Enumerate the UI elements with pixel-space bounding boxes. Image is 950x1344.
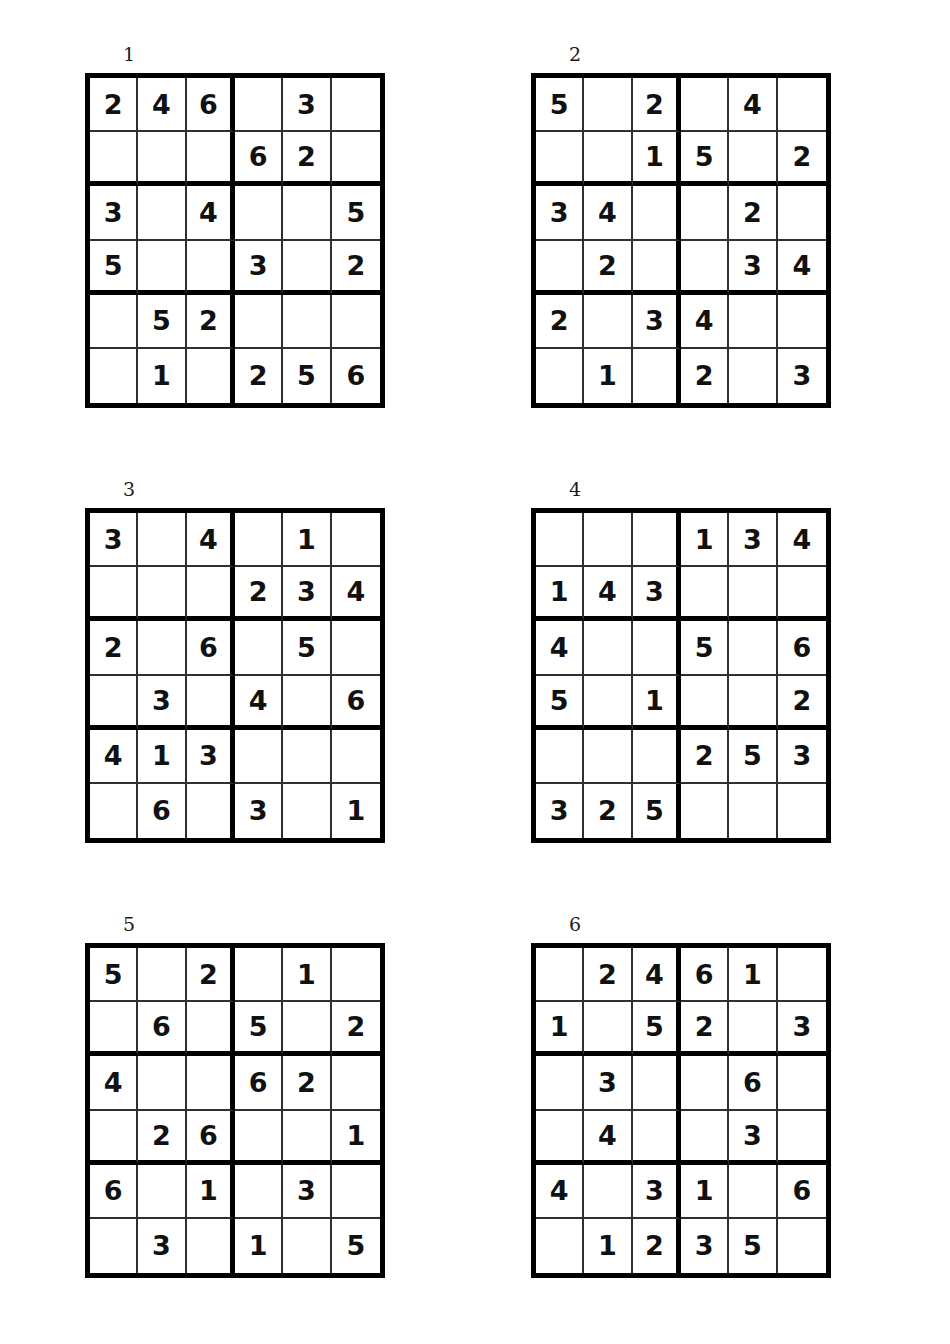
sudoku-cell: 4 bbox=[187, 513, 235, 567]
sudoku-cell: 2 bbox=[778, 676, 826, 730]
sudoku-cell: 1 bbox=[332, 1111, 380, 1165]
sudoku-cell[interactable] bbox=[729, 784, 777, 838]
sudoku-board-5: 521652462261613315 bbox=[85, 943, 385, 1278]
sudoku-cell: 2 bbox=[584, 784, 632, 838]
sudoku-cell[interactable] bbox=[235, 1165, 283, 1219]
sudoku-cell[interactable] bbox=[778, 567, 826, 621]
sudoku-cell[interactable] bbox=[729, 676, 777, 730]
sudoku-cell: 3 bbox=[536, 784, 584, 838]
sudoku-cell: 1 bbox=[235, 1219, 283, 1273]
sudoku-cell: 5 bbox=[235, 1002, 283, 1056]
sudoku-cell[interactable] bbox=[778, 1219, 826, 1273]
sudoku-cell: 1 bbox=[681, 1165, 729, 1219]
sudoku-cell[interactable] bbox=[584, 295, 632, 349]
sudoku-cell[interactable] bbox=[90, 132, 138, 186]
sudoku-cell[interactable] bbox=[138, 186, 186, 240]
sudoku-cell[interactable] bbox=[536, 730, 584, 784]
sudoku-cell[interactable] bbox=[283, 1219, 331, 1273]
sudoku-cell[interactable] bbox=[584, 513, 632, 567]
sudoku-cell: 3 bbox=[90, 513, 138, 567]
sudoku-cell[interactable] bbox=[633, 349, 681, 403]
sudoku-board-6: 24611523364343161235 bbox=[531, 943, 831, 1278]
sudoku-cell: 2 bbox=[138, 1111, 186, 1165]
sudoku-cell[interactable] bbox=[536, 132, 584, 186]
puzzle-number: 6 bbox=[569, 914, 831, 934]
sudoku-cell: 4 bbox=[138, 78, 186, 132]
sudoku-cell[interactable] bbox=[235, 295, 283, 349]
sudoku-cell: 6 bbox=[332, 676, 380, 730]
sudoku-cell[interactable] bbox=[536, 241, 584, 295]
sudoku-cell[interactable] bbox=[90, 295, 138, 349]
sudoku-cell: 5 bbox=[536, 676, 584, 730]
sudoku-cell[interactable] bbox=[584, 1165, 632, 1219]
sudoku-cell: 2 bbox=[187, 295, 235, 349]
sudoku-cell: 6 bbox=[187, 621, 235, 675]
sudoku-cell[interactable] bbox=[332, 132, 380, 186]
sudoku-cell[interactable] bbox=[187, 1219, 235, 1273]
sudoku-cell[interactable] bbox=[283, 676, 331, 730]
puzzle-number: 1 bbox=[123, 44, 385, 64]
sudoku-cell[interactable] bbox=[90, 1002, 138, 1056]
sudoku-cell: 1 bbox=[584, 349, 632, 403]
sudoku-cell[interactable] bbox=[633, 241, 681, 295]
sudoku-cell[interactable] bbox=[138, 621, 186, 675]
sudoku-cell: 3 bbox=[633, 295, 681, 349]
puzzle-number: 5 bbox=[123, 914, 385, 934]
sudoku-cell: 3 bbox=[778, 349, 826, 403]
sudoku-cell[interactable] bbox=[729, 1002, 777, 1056]
sudoku-cell[interactable] bbox=[235, 1111, 283, 1165]
sudoku-cell: 2 bbox=[283, 1056, 331, 1110]
sudoku-cell: 5 bbox=[283, 621, 331, 675]
sudoku-cell: 4 bbox=[778, 241, 826, 295]
puzzle-5: 5 521652462261613315 bbox=[85, 910, 385, 1278]
sudoku-cell: 5 bbox=[332, 1219, 380, 1273]
sudoku-cell[interactable] bbox=[584, 1002, 632, 1056]
sudoku-cell[interactable] bbox=[332, 1165, 380, 1219]
sudoku-cell[interactable] bbox=[778, 295, 826, 349]
sudoku-cell[interactable] bbox=[138, 241, 186, 295]
sudoku-cell[interactable] bbox=[187, 349, 235, 403]
sudoku-cell: 5 bbox=[633, 1002, 681, 1056]
sudoku-cell[interactable] bbox=[681, 241, 729, 295]
sudoku-cell: 4 bbox=[536, 1165, 584, 1219]
puzzle-number: 3 bbox=[123, 479, 385, 499]
sudoku-board-4: 134143456512253325 bbox=[531, 508, 831, 843]
sudoku-board-3: 341234265346413631 bbox=[85, 508, 385, 843]
sudoku-board-1: 246362345532521256 bbox=[85, 73, 385, 408]
sudoku-cell: 1 bbox=[283, 948, 331, 1002]
sudoku-cell[interactable] bbox=[633, 513, 681, 567]
sudoku-cell: 6 bbox=[235, 1056, 283, 1110]
sudoku-cell[interactable] bbox=[187, 567, 235, 621]
sudoku-cell[interactable] bbox=[332, 621, 380, 675]
sudoku-cell[interactable] bbox=[536, 1219, 584, 1273]
sudoku-cell: 2 bbox=[778, 132, 826, 186]
sudoku-cell[interactable] bbox=[90, 784, 138, 838]
sudoku-cell[interactable] bbox=[332, 1056, 380, 1110]
sudoku-cell[interactable] bbox=[138, 567, 186, 621]
sudoku-cell[interactable] bbox=[138, 1056, 186, 1110]
sudoku-cell[interactable] bbox=[90, 1219, 138, 1273]
sudoku-cell: 2 bbox=[90, 621, 138, 675]
sudoku-cell: 3 bbox=[633, 1165, 681, 1219]
sudoku-cell: 2 bbox=[681, 349, 729, 403]
sudoku-cell: 1 bbox=[633, 676, 681, 730]
sudoku-cell[interactable] bbox=[778, 186, 826, 240]
sudoku-cell: 3 bbox=[235, 241, 283, 295]
sudoku-cell[interactable] bbox=[90, 1111, 138, 1165]
sudoku-cell[interactable] bbox=[283, 730, 331, 784]
sudoku-cell[interactable] bbox=[536, 513, 584, 567]
sudoku-cell[interactable] bbox=[187, 1056, 235, 1110]
sudoku-cell: 3 bbox=[536, 186, 584, 240]
sudoku-cell: 3 bbox=[729, 1111, 777, 1165]
sudoku-cell: 3 bbox=[283, 78, 331, 132]
sudoku-cell[interactable] bbox=[235, 730, 283, 784]
puzzle-2: 2 524152342234234123 bbox=[531, 40, 831, 408]
sudoku-cell[interactable] bbox=[729, 295, 777, 349]
sudoku-cell: 6 bbox=[681, 948, 729, 1002]
sudoku-cell: 2 bbox=[235, 349, 283, 403]
sudoku-cell: 6 bbox=[729, 1056, 777, 1110]
sudoku-cell[interactable] bbox=[778, 784, 826, 838]
sudoku-cell: 1 bbox=[729, 948, 777, 1002]
sudoku-cell: 5 bbox=[729, 730, 777, 784]
sudoku-cell: 3 bbox=[778, 730, 826, 784]
sudoku-cell[interactable] bbox=[90, 567, 138, 621]
sudoku-cell[interactable] bbox=[332, 948, 380, 1002]
sudoku-cell[interactable] bbox=[778, 78, 826, 132]
sudoku-cell[interactable] bbox=[633, 730, 681, 784]
sudoku-cell: 2 bbox=[681, 1002, 729, 1056]
sudoku-cell[interactable] bbox=[584, 676, 632, 730]
sudoku-board-2: 524152342234234123 bbox=[531, 73, 831, 408]
sudoku-cell[interactable] bbox=[187, 1002, 235, 1056]
sudoku-cell[interactable] bbox=[584, 78, 632, 132]
puzzle-number: 4 bbox=[569, 479, 831, 499]
sudoku-cell[interactable] bbox=[138, 1165, 186, 1219]
puzzle-3: 3 341234265346413631 bbox=[85, 475, 385, 843]
sudoku-cell: 4 bbox=[332, 567, 380, 621]
sudoku-cell: 4 bbox=[536, 621, 584, 675]
sudoku-cell: 5 bbox=[138, 295, 186, 349]
sudoku-cell: 3 bbox=[283, 567, 331, 621]
sudoku-cell: 2 bbox=[283, 132, 331, 186]
sudoku-cell[interactable] bbox=[90, 676, 138, 730]
sudoku-cell[interactable] bbox=[283, 186, 331, 240]
sudoku-cell: 1 bbox=[332, 784, 380, 838]
sudoku-cell[interactable] bbox=[778, 1111, 826, 1165]
sudoku-cell: 5 bbox=[729, 1219, 777, 1273]
sudoku-cell[interactable] bbox=[138, 132, 186, 186]
sudoku-cell: 1 bbox=[633, 132, 681, 186]
sudoku-cell[interactable] bbox=[633, 186, 681, 240]
sudoku-cell: 6 bbox=[235, 132, 283, 186]
sudoku-cell[interactable] bbox=[633, 1056, 681, 1110]
sudoku-cell: 2 bbox=[633, 1219, 681, 1273]
sudoku-cell[interactable] bbox=[187, 676, 235, 730]
sudoku-cell: 3 bbox=[681, 1219, 729, 1273]
sudoku-cell: 4 bbox=[90, 1056, 138, 1110]
sudoku-cell[interactable] bbox=[283, 295, 331, 349]
sudoku-cell[interactable] bbox=[283, 1111, 331, 1165]
sudoku-cell: 4 bbox=[235, 676, 283, 730]
sudoku-cell[interactable] bbox=[729, 621, 777, 675]
sudoku-cell: 6 bbox=[90, 1165, 138, 1219]
sudoku-cell[interactable] bbox=[778, 948, 826, 1002]
sudoku-cell[interactable] bbox=[681, 78, 729, 132]
puzzle-number: 2 bbox=[569, 44, 831, 64]
sudoku-cell: 5 bbox=[633, 784, 681, 838]
sudoku-cell[interactable] bbox=[536, 1111, 584, 1165]
sudoku-cell: 2 bbox=[235, 567, 283, 621]
sudoku-cell[interactable] bbox=[90, 349, 138, 403]
sudoku-cell: 4 bbox=[729, 78, 777, 132]
sudoku-cell: 1 bbox=[536, 567, 584, 621]
sudoku-cell: 2 bbox=[584, 241, 632, 295]
puzzle-4: 4 134143456512253325 bbox=[531, 475, 831, 843]
sudoku-cell: 3 bbox=[90, 186, 138, 240]
sudoku-cell: 3 bbox=[235, 784, 283, 838]
sudoku-cell[interactable] bbox=[778, 1056, 826, 1110]
sudoku-cell: 4 bbox=[633, 948, 681, 1002]
sudoku-cell[interactable] bbox=[332, 295, 380, 349]
sudoku-cell[interactable] bbox=[235, 948, 283, 1002]
sudoku-cell: 5 bbox=[681, 621, 729, 675]
sudoku-cell[interactable] bbox=[584, 621, 632, 675]
sudoku-cell[interactable] bbox=[332, 513, 380, 567]
sudoku-cell: 4 bbox=[584, 567, 632, 621]
sudoku-cell[interactable] bbox=[681, 676, 729, 730]
sudoku-cell: 5 bbox=[90, 241, 138, 295]
sudoku-cell: 2 bbox=[332, 241, 380, 295]
sudoku-cell: 2 bbox=[536, 295, 584, 349]
sudoku-cell: 2 bbox=[729, 186, 777, 240]
sudoku-cell[interactable] bbox=[584, 730, 632, 784]
sudoku-cell[interactable] bbox=[187, 241, 235, 295]
sudoku-cell: 6 bbox=[778, 621, 826, 675]
sudoku-cell: 1 bbox=[283, 513, 331, 567]
sudoku-cell: 1 bbox=[536, 1002, 584, 1056]
sudoku-cell: 2 bbox=[187, 948, 235, 1002]
sudoku-cell[interactable] bbox=[729, 1165, 777, 1219]
sudoku-cell[interactable] bbox=[332, 730, 380, 784]
sudoku-cell: 1 bbox=[138, 730, 186, 784]
sudoku-cell[interactable] bbox=[681, 784, 729, 838]
sudoku-cell: 1 bbox=[681, 513, 729, 567]
sudoku-cell[interactable] bbox=[138, 513, 186, 567]
sudoku-cell: 4 bbox=[778, 513, 826, 567]
sudoku-cell[interactable] bbox=[536, 349, 584, 403]
sudoku-cell[interactable] bbox=[187, 784, 235, 838]
sudoku-cell: 3 bbox=[729, 241, 777, 295]
sudoku-cell: 3 bbox=[138, 1219, 186, 1273]
sudoku-cell[interactable] bbox=[729, 349, 777, 403]
sudoku-cell[interactable] bbox=[536, 948, 584, 1002]
sudoku-cell[interactable] bbox=[681, 567, 729, 621]
sudoku-cell: 6 bbox=[187, 1111, 235, 1165]
sudoku-cell: 5 bbox=[681, 132, 729, 186]
sudoku-cell: 2 bbox=[681, 730, 729, 784]
puzzle-6: 6 24611523364343161235 bbox=[531, 910, 831, 1278]
sudoku-cell[interactable] bbox=[332, 78, 380, 132]
sudoku-cell: 4 bbox=[187, 186, 235, 240]
sudoku-cell: 2 bbox=[584, 948, 632, 1002]
sudoku-cell: 3 bbox=[283, 1165, 331, 1219]
sudoku-cell: 6 bbox=[138, 784, 186, 838]
sudoku-cell: 3 bbox=[584, 1056, 632, 1110]
sudoku-cell[interactable] bbox=[187, 132, 235, 186]
sudoku-cell: 6 bbox=[332, 349, 380, 403]
sudoku-cell: 2 bbox=[633, 78, 681, 132]
sudoku-cell[interactable] bbox=[235, 186, 283, 240]
sudoku-cell[interactable] bbox=[584, 132, 632, 186]
sudoku-cell: 1 bbox=[584, 1219, 632, 1273]
sudoku-cell[interactable] bbox=[729, 567, 777, 621]
sudoku-cell[interactable] bbox=[681, 1111, 729, 1165]
sudoku-cell: 5 bbox=[90, 948, 138, 1002]
sudoku-cell[interactable] bbox=[729, 132, 777, 186]
sudoku-cell[interactable] bbox=[235, 621, 283, 675]
sudoku-cell[interactable] bbox=[633, 1111, 681, 1165]
sudoku-cell[interactable] bbox=[235, 78, 283, 132]
sudoku-cell: 4 bbox=[584, 1111, 632, 1165]
sudoku-cell: 5 bbox=[332, 186, 380, 240]
sudoku-cell: 3 bbox=[187, 730, 235, 784]
sudoku-cell: 3 bbox=[729, 513, 777, 567]
sudoku-cell: 3 bbox=[138, 676, 186, 730]
sudoku-cell: 6 bbox=[138, 1002, 186, 1056]
puzzle-1: 1 246362345532521256 bbox=[85, 40, 385, 408]
sudoku-cell: 5 bbox=[536, 78, 584, 132]
sudoku-cell[interactable] bbox=[235, 513, 283, 567]
sudoku-cell[interactable] bbox=[138, 948, 186, 1002]
sudoku-cell: 2 bbox=[90, 78, 138, 132]
sudoku-cell: 4 bbox=[584, 186, 632, 240]
sudoku-cell: 5 bbox=[283, 349, 331, 403]
sudoku-cell: 4 bbox=[681, 295, 729, 349]
sudoku-cell: 1 bbox=[187, 1165, 235, 1219]
sudoku-cell[interactable] bbox=[681, 186, 729, 240]
sudoku-cell: 4 bbox=[90, 730, 138, 784]
sudoku-cell: 6 bbox=[187, 78, 235, 132]
sudoku-cell: 2 bbox=[332, 1002, 380, 1056]
sudoku-cell: 6 bbox=[778, 1165, 826, 1219]
sudoku-cell: 3 bbox=[778, 1002, 826, 1056]
sudoku-cell[interactable] bbox=[681, 1056, 729, 1110]
sudoku-cell: 3 bbox=[633, 567, 681, 621]
sudoku-cell: 1 bbox=[138, 349, 186, 403]
sudoku-cell[interactable] bbox=[283, 784, 331, 838]
sudoku-cell[interactable] bbox=[633, 621, 681, 675]
sudoku-cell[interactable] bbox=[536, 1056, 584, 1110]
sudoku-cell[interactable] bbox=[283, 1002, 331, 1056]
sudoku-cell[interactable] bbox=[283, 241, 331, 295]
